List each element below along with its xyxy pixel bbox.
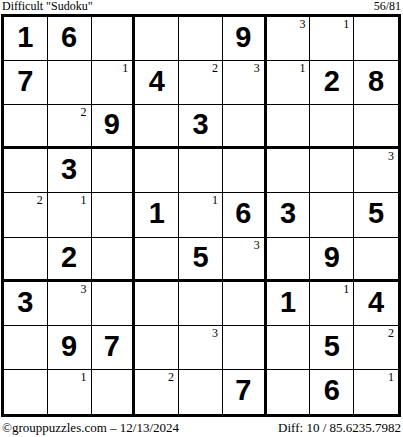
sudoku-cell[interactable] [354,105,398,149]
sudoku-cell[interactable]: 3 [223,61,267,105]
sudoku-cell[interactable] [179,282,223,326]
sudoku-cell[interactable]: 3 [354,149,398,193]
sudoku-cell[interactable]: 3 [267,17,311,61]
given-digit: 1 [17,23,33,54]
sudoku-cell[interactable]: 9 [48,326,92,370]
sudoku-cell[interactable]: 1 [4,17,48,61]
given-digit: 6 [324,376,340,407]
sudoku-cell[interactable] [92,370,136,414]
pencil-mark: 1 [122,61,128,75]
given-digit: 9 [235,23,251,54]
sudoku-cell[interactable]: 2 [4,193,48,237]
sudoku-cell[interactable] [179,17,223,61]
sudoku-cell[interactable]: 1 [267,61,311,105]
sudoku-cell[interactable]: 3 [48,149,92,193]
given-digit: 3 [17,288,33,319]
page-header: Difficult "Sudoku" 56/81 [0,0,403,14]
sudoku-cell[interactable] [135,282,179,326]
pencil-mark: 3 [254,238,260,252]
sudoku-cell[interactable] [135,326,179,370]
sudoku-cell[interactable] [4,370,48,414]
pencil-mark: 1 [81,370,87,384]
sudoku-cell[interactable]: 5 [354,193,398,237]
sudoku-cell[interactable] [267,149,311,193]
given-digit: 2 [324,67,340,98]
pencil-mark: 3 [212,326,218,340]
given-digit: 3 [61,155,77,186]
sudoku-cell[interactable] [135,149,179,193]
given-digit: 9 [104,110,120,141]
sudoku-cell[interactable]: 3 [179,326,223,370]
sudoku-cell[interactable] [354,238,398,282]
sudoku-cell[interactable] [135,17,179,61]
sudoku-cell[interactable] [92,193,136,237]
sudoku-cell[interactable] [267,370,311,414]
sudoku-cell[interactable]: 5 [179,238,223,282]
sudoku-cell[interactable] [267,326,311,370]
sudoku-cell[interactable] [310,105,354,149]
progress-counter: 56/81 [374,0,401,13]
sudoku-cell[interactable]: 3 [48,282,92,326]
given-digit: 8 [368,67,384,98]
sudoku-cell[interactable] [223,282,267,326]
sudoku-cell[interactable] [179,149,223,193]
sudoku-cell[interactable] [4,149,48,193]
sudoku-cell[interactable] [310,149,354,193]
given-digit: 7 [104,332,120,363]
sudoku-cell[interactable]: 3 [267,193,311,237]
sudoku-cell[interactable] [310,193,354,237]
sudoku-cell[interactable]: 1 [310,17,354,61]
sudoku-cell[interactable]: 7 [223,370,267,414]
given-digit: 6 [235,199,251,230]
sudoku-cell[interactable]: 2 [310,61,354,105]
pencil-mark: 2 [81,105,87,119]
sudoku-cell[interactable] [179,370,223,414]
given-digit: 9 [324,243,340,274]
pencil-mark: 3 [254,61,260,75]
pencil-mark: 2 [168,370,174,384]
sudoku-cell[interactable] [223,326,267,370]
sudoku-cell[interactable] [223,105,267,149]
sudoku-cell[interactable]: 1 [179,193,223,237]
sudoku-cell[interactable]: 1 [267,282,311,326]
pencil-mark: 2 [388,326,394,340]
pencil-mark: 3 [299,17,305,31]
pencil-mark: 1 [388,370,394,384]
pencil-mark: 2 [212,61,218,75]
sudoku-cell[interactable]: 1 [354,370,398,414]
pencil-mark: 1 [343,282,349,296]
sudoku-cell[interactable] [4,326,48,370]
difficulty-text: Diff: 10 / 85.6235.7982 [278,420,401,435]
pencil-mark: 1 [81,193,87,207]
sudoku-cell[interactable] [4,105,48,149]
sudoku-cell[interactable]: 6 [310,370,354,414]
pencil-mark: 1 [299,61,305,75]
given-digit: 5 [192,243,208,274]
given-digit: 1 [149,199,165,230]
sudoku-cell[interactable] [92,282,136,326]
sudoku-cell[interactable]: 5 [310,326,354,370]
sudoku-cell[interactable]: 1 [135,193,179,237]
sudoku-cell[interactable]: 7 [4,61,48,105]
sudoku-cell[interactable]: 1 [310,282,354,326]
sudoku-cell[interactable] [135,238,179,282]
given-digit: 3 [280,199,296,230]
sudoku-cell[interactable]: 7 [92,326,136,370]
sudoku-cell[interactable]: 2 [48,105,92,149]
sudoku-cell[interactable] [223,149,267,193]
sudoku-cell[interactable] [135,105,179,149]
given-digit: 3 [192,110,208,141]
sudoku-cell[interactable]: 9 [223,17,267,61]
pencil-mark: 3 [388,149,394,163]
given-digit: 5 [324,332,340,363]
copyright-text: ©grouppuzzles.com – 12/13/2024 [2,420,179,435]
given-digit: 4 [149,67,165,98]
sudoku-cell[interactable]: 1 [48,193,92,237]
sudoku-cell[interactable]: 6 [223,193,267,237]
sudoku-cell[interactable]: 9 [310,238,354,282]
sudoku-cell[interactable] [267,105,311,149]
sudoku-cell[interactable] [48,61,92,105]
sudoku-page: Difficult "Sudoku" 56/81 169317142312829… [0,0,403,437]
sudoku-cell[interactable]: 6 [48,17,92,61]
sudoku-cell[interactable]: 3 [4,282,48,326]
sudoku-cell[interactable]: 3 [179,105,223,149]
sudoku-cell[interactable]: 2 [354,326,398,370]
pencil-mark: 3 [81,282,87,296]
sudoku-board: 1693171423128293332111635253933114973521… [1,14,401,417]
given-digit: 2 [61,243,77,274]
pencil-mark: 1 [343,17,349,31]
sudoku-cell[interactable] [354,17,398,61]
given-digit: 5 [368,199,384,230]
sudoku-cell[interactable] [92,149,136,193]
sudoku-cell[interactable]: 4 [135,61,179,105]
given-digit: 9 [61,332,77,363]
sudoku-cell[interactable]: 8 [354,61,398,105]
sudoku-cell[interactable]: 2 [135,370,179,414]
sudoku-cell[interactable]: 2 [179,61,223,105]
pencil-mark: 2 [37,193,43,207]
sudoku-cell[interactable]: 4 [354,282,398,326]
sudoku-cell[interactable] [4,238,48,282]
sudoku-cell[interactable]: 3 [223,238,267,282]
given-digit: 7 [17,67,33,98]
given-digit: 1 [280,288,296,319]
sudoku-cell[interactable] [92,238,136,282]
sudoku-cell[interactable]: 9 [92,105,136,149]
puzzle-title: Difficult "Sudoku" [2,0,93,13]
sudoku-cell[interactable] [267,238,311,282]
sudoku-cell[interactable]: 1 [48,370,92,414]
given-digit: 6 [61,23,77,54]
given-digit: 4 [368,288,384,319]
pencil-mark: 1 [212,193,218,207]
sudoku-cell[interactable] [92,17,136,61]
sudoku-cell[interactable]: 1 [92,61,136,105]
page-footer: ©grouppuzzles.com – 12/13/2024 Diff: 10 … [0,417,403,437]
sudoku-cell[interactable]: 2 [48,238,92,282]
given-digit: 7 [235,376,251,407]
